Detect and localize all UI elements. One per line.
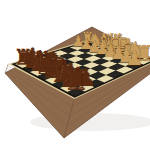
black-rook-h8[interactable]: ♜: [63, 67, 89, 96]
pieces-layer: ♜♟♞♟♝♟♛♟♚♟♝♟♟♞♜♟♟♜♞♟♟♝♟♛♟♚♟♝♟♞♟♜: [0, 0, 150, 150]
white-pawn-h2[interactable]: ♟: [125, 48, 143, 68]
chess-set-photo: ♜♟♞♟♝♟♛♟♚♟♝♟♟♞♜♟♟♜♞♟♟♝♟♛♟♚♟♝♟♞♟♜: [0, 0, 150, 150]
